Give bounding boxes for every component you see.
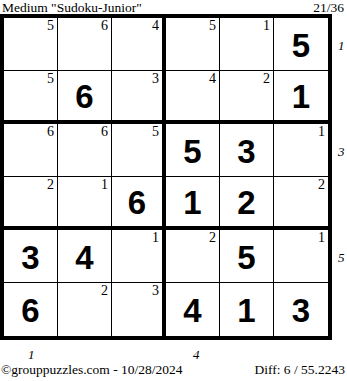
cell-r3c5[interactable]: 3	[220, 124, 274, 177]
cell-r1c2[interactable]: 6	[58, 18, 112, 71]
given-digit: 4	[75, 241, 93, 274]
given-digit: 1	[237, 294, 255, 327]
given-digit: 5	[292, 29, 310, 62]
hint-digit: 4	[152, 18, 159, 34]
hint-digit: 2	[263, 71, 270, 87]
cell-r4c4[interactable]: 1	[166, 177, 220, 230]
sudoku-board: 564515563421665531216122341251623413	[0, 14, 332, 340]
cell-r6c6[interactable]: 3	[274, 283, 328, 336]
cell-r5c5[interactable]: 5	[220, 230, 274, 283]
cell-r1c5[interactable]: 1	[220, 18, 274, 71]
given-digit: 6	[21, 294, 39, 327]
cell-r3c4[interactable]: 5	[166, 124, 220, 177]
given-digit: 4	[183, 294, 201, 327]
given-digit: 3	[237, 135, 255, 168]
hint-digit: 1	[152, 230, 159, 246]
copyright-text: ©grouppuzzles.com - 10/28/2024	[1, 362, 183, 378]
cell-r5c2[interactable]: 4	[58, 230, 112, 283]
cell-r3c6[interactable]: 1	[274, 124, 328, 177]
given-digit: 5	[237, 241, 255, 274]
given-digit: 5	[183, 135, 201, 168]
column-label-4: 4	[193, 347, 200, 363]
column-label-1: 1	[28, 347, 35, 363]
cell-r3c3[interactable]: 5	[112, 124, 166, 177]
hint-digit: 3	[152, 71, 159, 87]
cell-r6c4[interactable]: 4	[166, 283, 220, 336]
hint-digit: 6	[101, 18, 108, 34]
cell-r1c1[interactable]: 5	[4, 18, 58, 71]
given-digit: 2	[237, 186, 255, 219]
given-digit: 3	[292, 294, 310, 327]
cell-r4c2[interactable]: 1	[58, 177, 112, 230]
cell-r4c5[interactable]: 2	[220, 177, 274, 230]
hint-digit: 5	[209, 18, 216, 34]
hint-digit: 5	[47, 71, 54, 87]
row-label-5: 5	[338, 250, 345, 266]
cell-r2c5[interactable]: 2	[220, 71, 274, 124]
cell-r6c5[interactable]: 1	[220, 283, 274, 336]
cell-r5c4[interactable]: 2	[166, 230, 220, 283]
cell-r1c6[interactable]: 5	[274, 18, 328, 71]
hint-digit: 5	[152, 124, 159, 140]
cell-r6c3[interactable]: 3	[112, 283, 166, 336]
hint-digit: 1	[263, 18, 270, 34]
hint-digit: 1	[318, 124, 325, 140]
cell-r2c1[interactable]: 5	[4, 71, 58, 124]
cell-r5c3[interactable]: 1	[112, 230, 166, 283]
hint-digit: 2	[101, 283, 108, 299]
hint-digit: 4	[209, 71, 216, 87]
cell-r6c1[interactable]: 6	[4, 283, 58, 336]
cell-r2c6[interactable]: 1	[274, 71, 328, 124]
cell-r5c1[interactable]: 3	[4, 230, 58, 283]
hint-digit: 6	[101, 124, 108, 140]
given-digit: 3	[21, 241, 39, 274]
cell-r1c4[interactable]: 5	[166, 18, 220, 71]
cell-r2c4[interactable]: 4	[166, 71, 220, 124]
cell-r2c2[interactable]: 6	[58, 71, 112, 124]
hint-digit: 5	[47, 18, 54, 34]
hint-digit: 2	[209, 230, 216, 246]
cell-r4c3[interactable]: 6	[112, 177, 166, 230]
row-label-3: 3	[338, 144, 345, 160]
cell-r2c3[interactable]: 3	[112, 71, 166, 124]
cell-r3c2[interactable]: 6	[58, 124, 112, 177]
given-digit: 1	[292, 80, 310, 113]
given-digit: 6	[128, 186, 146, 219]
hint-digit: 1	[318, 230, 325, 246]
hint-digit: 2	[318, 177, 325, 193]
cell-r1c3[interactable]: 4	[112, 18, 166, 71]
cell-r4c1[interactable]: 2	[4, 177, 58, 230]
given-digit: 6	[75, 80, 93, 113]
hint-digit: 3	[152, 283, 159, 299]
hint-digit: 1	[101, 177, 108, 193]
hint-digit: 6	[47, 124, 54, 140]
row-label-1: 1	[338, 38, 345, 54]
given-digit: 1	[183, 186, 201, 219]
difficulty-text: Diff: 6 / 55.2243	[255, 362, 346, 378]
cell-r6c2[interactable]: 2	[58, 283, 112, 336]
cell-r3c1[interactable]: 6	[4, 124, 58, 177]
hint-digit: 2	[47, 177, 54, 193]
cell-r4c6[interactable]: 2	[274, 177, 328, 230]
cell-r5c6[interactable]: 1	[274, 230, 328, 283]
